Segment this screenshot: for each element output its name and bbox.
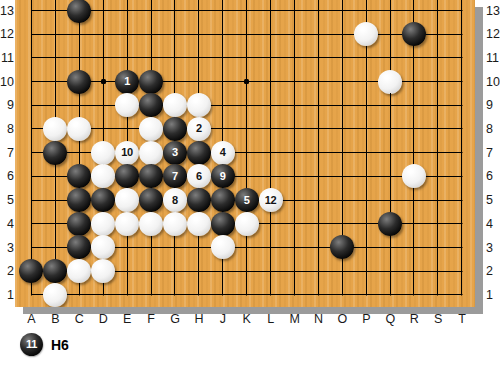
point-Q3 [378, 236, 402, 260]
point-J9 [211, 93, 235, 117]
point-D2 [91, 259, 115, 283]
col-label-P: P [356, 311, 376, 327]
point-P3 [354, 236, 378, 260]
point-L12 [259, 22, 283, 46]
col-label-T: T [452, 311, 472, 327]
stone-white-H6-move-6: 6 [187, 164, 211, 188]
point-T13 [450, 0, 474, 22]
row-label-right-6: 6 [486, 168, 500, 184]
stone-white-F8 [139, 117, 163, 141]
row-label-left-11: 11 [0, 50, 14, 66]
point-M2 [283, 259, 307, 283]
stone-black-C13 [67, 0, 91, 23]
col-label-A: A [22, 311, 42, 327]
row-label-right-7: 7 [486, 145, 500, 161]
point-J13 [211, 0, 235, 22]
move-number-label: 9 [220, 171, 226, 182]
point-E4 [115, 212, 139, 236]
point-E12 [115, 22, 139, 46]
stone-black-D5 [91, 188, 115, 212]
point-A11 [20, 46, 44, 70]
point-D1 [91, 283, 115, 307]
point-L1 [259, 283, 283, 307]
point-D9 [91, 93, 115, 117]
stone-white-D6 [91, 164, 115, 188]
point-N8 [306, 117, 330, 141]
point-J5 [211, 188, 235, 212]
point-H5 [187, 188, 211, 212]
point-A5 [20, 188, 44, 212]
row-label-left-2: 2 [0, 263, 14, 279]
stone-black-J4 [211, 212, 235, 236]
point-A13 [20, 0, 44, 22]
point-F11 [139, 46, 163, 70]
point-B3 [43, 236, 67, 260]
point-H2 [187, 259, 211, 283]
stone-black-C10 [67, 70, 91, 94]
point-T11 [450, 46, 474, 70]
stone-white-L5-move-12: 12 [259, 188, 283, 212]
point-B8 [43, 117, 67, 141]
stone-white-H8-move-2: 2 [187, 117, 211, 141]
point-C1 [67, 283, 91, 307]
point-S7 [426, 141, 450, 165]
stone-white-H9 [187, 93, 211, 117]
point-R7 [402, 141, 426, 165]
point-G6: 7 [163, 164, 187, 188]
point-C2 [67, 259, 91, 283]
col-label-S: S [428, 311, 448, 327]
point-N6 [306, 164, 330, 188]
point-D6 [91, 164, 115, 188]
point-E1 [115, 283, 139, 307]
stone-black-C4 [67, 212, 91, 236]
point-E2 [115, 259, 139, 283]
point-E6 [115, 164, 139, 188]
point-B10 [43, 70, 67, 94]
stone-white-B8 [43, 117, 67, 141]
point-S12 [426, 22, 450, 46]
row-label-left-13: 13 [0, 3, 14, 19]
point-E13 [115, 0, 139, 22]
point-B9 [43, 93, 67, 117]
point-K8 [235, 117, 259, 141]
stone-white-C2 [67, 259, 91, 283]
row-label-right-11: 11 [486, 50, 500, 66]
point-L13 [259, 0, 283, 22]
point-E10: 1 [115, 70, 139, 94]
point-M3 [283, 236, 307, 260]
move-number-label: 6 [196, 171, 202, 182]
point-H3 [187, 236, 211, 260]
stone-black-C5 [67, 188, 91, 212]
point-Q6 [378, 164, 402, 188]
point-M8 [283, 117, 307, 141]
star-point-D10 [101, 79, 106, 84]
col-label-O: O [332, 311, 352, 327]
point-K4 [235, 212, 259, 236]
point-Q4 [378, 212, 402, 236]
point-B2 [43, 259, 67, 283]
stone-black-R12 [402, 22, 426, 46]
go-board: 1210347698512 [15, 0, 475, 307]
point-N1 [306, 283, 330, 307]
point-R1 [402, 283, 426, 307]
col-label-Q: Q [380, 311, 400, 327]
point-M4 [283, 212, 307, 236]
point-P8 [354, 117, 378, 141]
board-grid: 1210347698512 [20, 0, 474, 307]
point-S10 [426, 70, 450, 94]
point-T8 [450, 117, 474, 141]
point-G8 [163, 117, 187, 141]
point-B11 [43, 46, 67, 70]
point-Q10 [378, 70, 402, 94]
point-O6 [330, 164, 354, 188]
stone-black-G6-move-7: 7 [163, 164, 187, 188]
point-D12 [91, 22, 115, 46]
row-label-left-1: 1 [0, 287, 14, 303]
stone-white-P12 [354, 22, 378, 46]
stone-white-E7-move-10: 10 [115, 141, 139, 165]
stone-white-G4 [163, 212, 187, 236]
stone-black-E6 [115, 164, 139, 188]
point-O12 [330, 22, 354, 46]
point-O2 [330, 259, 354, 283]
row-label-right-13: 13 [486, 3, 500, 19]
stone-white-D2 [91, 259, 115, 283]
point-S5 [426, 188, 450, 212]
stone-black-J5 [211, 188, 235, 212]
point-D10 [91, 70, 115, 94]
point-J10 [211, 70, 235, 94]
point-T6 [450, 164, 474, 188]
point-Q9 [378, 93, 402, 117]
row-label-left-3: 3 [0, 240, 14, 256]
point-A2 [20, 259, 44, 283]
move-number-label: 10 [121, 147, 133, 158]
stone-white-J7-move-4: 4 [211, 141, 235, 165]
row-label-right-2: 2 [486, 263, 500, 279]
point-N7 [306, 141, 330, 165]
stone-white-R6 [402, 164, 426, 188]
stone-white-G9 [163, 93, 187, 117]
stone-black-F6 [139, 164, 163, 188]
point-L10 [259, 70, 283, 94]
point-P12 [354, 22, 378, 46]
move-number-label: 4 [220, 147, 226, 158]
point-L2 [259, 259, 283, 283]
point-D5 [91, 188, 115, 212]
point-K11 [235, 46, 259, 70]
row-label-right-3: 3 [486, 240, 500, 256]
stone-white-F7 [139, 141, 163, 165]
point-P13 [354, 0, 378, 22]
row-label-left-6: 6 [0, 168, 14, 184]
row-label-right-4: 4 [486, 216, 500, 232]
point-G7: 3 [163, 141, 187, 165]
point-O13 [330, 0, 354, 22]
point-F2 [139, 259, 163, 283]
point-N3 [306, 236, 330, 260]
point-F9 [139, 93, 163, 117]
point-E5 [115, 188, 139, 212]
col-label-F: F [141, 311, 161, 327]
stone-black-K5-move-5: 5 [235, 188, 259, 212]
point-A6 [20, 164, 44, 188]
point-O9 [330, 93, 354, 117]
point-O10 [330, 70, 354, 94]
point-O4 [330, 212, 354, 236]
point-N11 [306, 46, 330, 70]
stone-black-B2 [43, 259, 67, 283]
point-L4 [259, 212, 283, 236]
point-C11 [67, 46, 91, 70]
row-label-left-8: 8 [0, 121, 14, 137]
stone-white-E9 [115, 93, 139, 117]
point-K2 [235, 259, 259, 283]
row-label-right-5: 5 [486, 192, 500, 208]
point-B5 [43, 188, 67, 212]
point-H13 [187, 0, 211, 22]
point-P2 [354, 259, 378, 283]
point-F10 [139, 70, 163, 94]
caption-move-location: H6 [51, 337, 69, 353]
point-K13 [235, 0, 259, 22]
point-L6 [259, 164, 283, 188]
point-M9 [283, 93, 307, 117]
point-J4 [211, 212, 235, 236]
point-E7: 10 [115, 141, 139, 165]
stone-white-D4 [91, 212, 115, 236]
point-P9 [354, 93, 378, 117]
point-D7 [91, 141, 115, 165]
point-L7 [259, 141, 283, 165]
point-K10 [235, 70, 259, 94]
point-A9 [20, 93, 44, 117]
point-D11 [91, 46, 115, 70]
point-H4 [187, 212, 211, 236]
point-Q1 [378, 283, 402, 307]
stone-white-K4 [235, 212, 259, 236]
stone-white-G5-move-8: 8 [163, 188, 187, 212]
star-point-K10 [244, 79, 249, 84]
point-D8 [91, 117, 115, 141]
point-M1 [283, 283, 307, 307]
stone-black-H7 [187, 141, 211, 165]
point-K6 [235, 164, 259, 188]
point-F4 [139, 212, 163, 236]
stone-black-J6-move-9: 9 [211, 164, 235, 188]
point-A4 [20, 212, 44, 236]
point-L11 [259, 46, 283, 70]
point-F6 [139, 164, 163, 188]
point-J2 [211, 259, 235, 283]
point-C13 [67, 0, 91, 22]
point-C8 [67, 117, 91, 141]
point-J7: 4 [211, 141, 235, 165]
point-P11 [354, 46, 378, 70]
point-K9 [235, 93, 259, 117]
stone-white-H4 [187, 212, 211, 236]
point-S2 [426, 259, 450, 283]
stone-black-Q4 [378, 212, 402, 236]
row-label-right-8: 8 [486, 121, 500, 137]
point-G10 [163, 70, 187, 94]
point-L8 [259, 117, 283, 141]
point-H6: 6 [187, 164, 211, 188]
point-D13 [91, 0, 115, 22]
point-B6 [43, 164, 67, 188]
stone-black-A2 [19, 259, 43, 283]
point-K1 [235, 283, 259, 307]
point-C6 [67, 164, 91, 188]
point-S13 [426, 0, 450, 22]
point-G2 [163, 259, 187, 283]
point-G11 [163, 46, 187, 70]
point-C7 [67, 141, 91, 165]
point-Q12 [378, 22, 402, 46]
point-T12 [450, 22, 474, 46]
point-J8 [211, 117, 235, 141]
row-label-left-4: 4 [0, 216, 14, 232]
point-C4 [67, 212, 91, 236]
point-N2 [306, 259, 330, 283]
stone-white-B1 [43, 283, 67, 307]
point-M10 [283, 70, 307, 94]
point-F13 [139, 0, 163, 22]
point-T1 [450, 283, 474, 307]
col-label-R: R [404, 311, 424, 327]
point-C3 [67, 236, 91, 260]
stone-white-C8 [67, 117, 91, 141]
col-label-N: N [309, 311, 329, 327]
col-label-B: B [45, 311, 65, 327]
point-Q7 [378, 141, 402, 165]
point-R11 [402, 46, 426, 70]
point-J6: 9 [211, 164, 235, 188]
row-label-left-12: 12 [0, 26, 14, 42]
point-R4 [402, 212, 426, 236]
point-M13 [283, 0, 307, 22]
stone-white-E5 [115, 188, 139, 212]
stone-black-F10 [139, 70, 163, 94]
point-N9 [306, 93, 330, 117]
point-S11 [426, 46, 450, 70]
point-G12 [163, 22, 187, 46]
point-T3 [450, 236, 474, 260]
point-P5 [354, 188, 378, 212]
point-T4 [450, 212, 474, 236]
point-A8 [20, 117, 44, 141]
row-label-left-10: 10 [0, 74, 14, 90]
point-P1 [354, 283, 378, 307]
col-label-L: L [261, 311, 281, 327]
point-F12 [139, 22, 163, 46]
point-T9 [450, 93, 474, 117]
point-Q5 [378, 188, 402, 212]
point-E11 [115, 46, 139, 70]
point-O5 [330, 188, 354, 212]
point-S6 [426, 164, 450, 188]
point-K5: 5 [235, 188, 259, 212]
point-F1 [139, 283, 163, 307]
move-number-label: 7 [172, 171, 178, 182]
point-J1 [211, 283, 235, 307]
col-label-M: M [285, 311, 305, 327]
point-M6 [283, 164, 307, 188]
col-label-E: E [117, 311, 137, 327]
point-R9 [402, 93, 426, 117]
point-Q13 [378, 0, 402, 22]
point-J11 [211, 46, 235, 70]
point-P10 [354, 70, 378, 94]
point-G1 [163, 283, 187, 307]
point-B1 [43, 283, 67, 307]
point-S9 [426, 93, 450, 117]
move-number-label: 5 [244, 195, 250, 206]
point-D4 [91, 212, 115, 236]
stone-black-H5 [187, 188, 211, 212]
point-K3 [235, 236, 259, 260]
caption-stone-black-11: 11 [20, 333, 43, 356]
point-M11 [283, 46, 307, 70]
stone-black-C6 [67, 164, 91, 188]
stone-black-F5 [139, 188, 163, 212]
point-B13 [43, 0, 67, 22]
point-C9 [67, 93, 91, 117]
move-number-label: 12 [265, 195, 277, 206]
move-caption: 11 H6 [20, 333, 69, 356]
point-A7 [20, 141, 44, 165]
point-T2 [450, 259, 474, 283]
point-T7 [450, 141, 474, 165]
point-H9 [187, 93, 211, 117]
point-Q8 [378, 117, 402, 141]
point-R10 [402, 70, 426, 94]
point-H1 [187, 283, 211, 307]
point-H8: 2 [187, 117, 211, 141]
point-A12 [20, 22, 44, 46]
point-H10 [187, 70, 211, 94]
stone-black-G7-move-3: 3 [163, 141, 187, 165]
point-O1 [330, 283, 354, 307]
row-label-right-10: 10 [486, 74, 500, 90]
point-F5 [139, 188, 163, 212]
point-P4 [354, 212, 378, 236]
point-R6 [402, 164, 426, 188]
point-L3 [259, 236, 283, 260]
point-E3 [115, 236, 139, 260]
row-label-left-9: 9 [0, 97, 14, 113]
point-G4 [163, 212, 187, 236]
point-M5 [283, 188, 307, 212]
stone-black-E10-move-1: 1 [115, 70, 139, 94]
stone-white-D3 [91, 235, 115, 259]
move-number-label: 3 [172, 147, 178, 158]
point-G9 [163, 93, 187, 117]
point-K7 [235, 141, 259, 165]
point-Q2 [378, 259, 402, 283]
point-E9 [115, 93, 139, 117]
point-O8 [330, 117, 354, 141]
point-G5: 8 [163, 188, 187, 212]
point-F7 [139, 141, 163, 165]
point-R12 [402, 22, 426, 46]
point-T5 [450, 188, 474, 212]
point-N5 [306, 188, 330, 212]
point-C12 [67, 22, 91, 46]
